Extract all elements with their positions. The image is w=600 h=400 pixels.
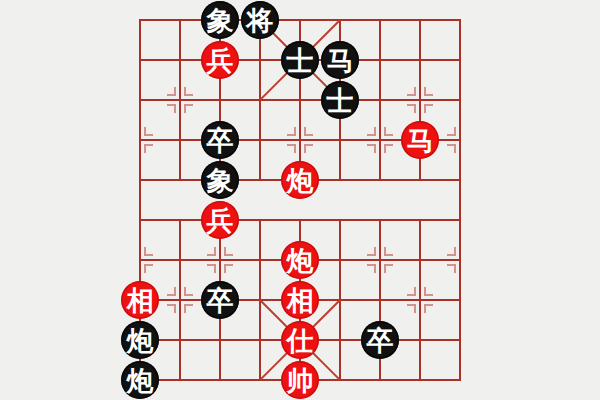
grid-line-border-file [459,19,461,381]
piece-red-general[interactable]: 帅 [281,361,319,399]
piece-black-general[interactable]: 将 [241,1,279,39]
grid-line-file-bottom [419,219,421,381]
piece-red-advisor[interactable]: 仕 [281,321,319,359]
piece-red-elephant[interactable]: 相 [281,281,319,319]
position-marker [167,87,176,96]
piece-red-soldier[interactable]: 兵 [201,201,239,239]
position-marker [144,247,153,256]
position-marker [367,127,376,136]
position-marker [184,287,193,296]
position-marker [367,264,376,273]
position-marker [207,247,216,256]
piece-black-cannon[interactable]: 炮 [121,321,159,359]
position-marker [384,144,393,153]
position-marker [447,247,456,256]
position-marker [224,264,233,273]
position-marker [367,247,376,256]
piece-red-horse[interactable]: 马 [401,121,439,159]
piece-black-advisor[interactable]: 士 [281,41,319,79]
position-marker [384,127,393,136]
position-marker [384,264,393,273]
position-marker [447,264,456,273]
position-marker [287,127,296,136]
position-marker [304,144,313,153]
position-marker [224,247,233,256]
piece-red-soldier[interactable]: 兵 [201,41,239,79]
piece-black-soldier[interactable]: 卒 [201,281,239,319]
position-marker [167,304,176,313]
position-marker [144,127,153,136]
position-marker [447,144,456,153]
position-marker [424,87,433,96]
position-marker [424,287,433,296]
piece-black-elephant[interactable]: 象 [201,161,239,199]
piece-red-cannon[interactable]: 炮 [281,161,319,199]
position-marker [167,287,176,296]
grid-line-file-top [179,19,181,181]
position-marker [144,264,153,273]
position-marker [407,87,416,96]
piece-black-elephant[interactable]: 象 [201,1,239,39]
position-marker [407,287,416,296]
position-marker [447,127,456,136]
position-marker [144,144,153,153]
position-marker [424,104,433,113]
position-marker [287,144,296,153]
position-marker [367,144,376,153]
piece-black-cannon[interactable]: 炮 [121,361,159,399]
position-marker [407,304,416,313]
position-marker [184,304,193,313]
position-marker [384,247,393,256]
position-marker [304,127,313,136]
position-marker [207,264,216,273]
grid-line-file-bottom [179,219,181,381]
piece-red-cannon[interactable]: 炮 [281,241,319,279]
position-marker [184,104,193,113]
position-marker [184,87,193,96]
piece-black-advisor[interactable]: 士 [321,81,359,119]
position-marker [424,304,433,313]
grid-line-file-top [379,19,381,181]
position-marker [167,104,176,113]
piece-black-horse[interactable]: 马 [321,41,359,79]
piece-red-elephant[interactable]: 相 [121,281,159,319]
piece-black-soldier[interactable]: 卒 [361,321,399,359]
piece-black-soldier[interactable]: 卒 [201,121,239,159]
position-marker [407,104,416,113]
xiangqi-board: 象将兵士马士卒马象炮兵炮相卒相炮仕卒炮帅 [0,0,600,400]
